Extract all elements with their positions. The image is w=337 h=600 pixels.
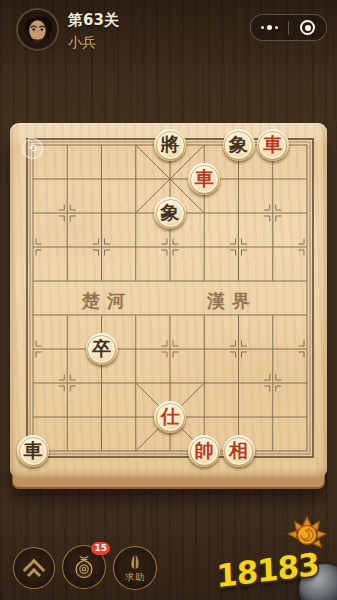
piece-red-車[interactable]: 車 (257, 129, 289, 161)
more-dots-icon (267, 25, 272, 30)
help-label: 求助 (125, 571, 145, 584)
praying-hands-icon (124, 553, 146, 573)
badge-count: 15 (91, 542, 110, 555)
more-button[interactable] (251, 15, 288, 40)
piece-black-將[interactable]: 將 (154, 129, 186, 161)
wechat-capsule (250, 14, 327, 41)
piece-red-相[interactable]: 相 (223, 435, 255, 467)
header-text: 第63关 小兵 (68, 11, 119, 52)
app-screen: 第63关 小兵 楚河 漢界 ⟲ 將象車車象卒仕車帥相 (0, 0, 337, 600)
avatar[interactable] (18, 10, 57, 49)
board-refresh-icon[interactable]: ⟲ (22, 138, 43, 159)
watermark: 18183 (207, 520, 337, 600)
piece-grid: 將象車車象卒仕車帥相 (16, 128, 324, 468)
piece-black-象[interactable]: 象 (223, 129, 255, 161)
player-name: 小兵 (68, 34, 119, 52)
avatar-portrait (18, 10, 57, 49)
exit-button[interactable] (289, 15, 326, 40)
collapse-button[interactable] (13, 547, 55, 589)
help-button[interactable]: 求助 (113, 546, 157, 590)
level-label: 第63关 (68, 11, 119, 30)
hint-bag-button[interactable]: 15 (62, 545, 106, 589)
piece-red-仕[interactable]: 仕 (154, 401, 186, 433)
exit-target-icon (300, 20, 315, 35)
more-dots-icon (261, 26, 264, 29)
piece-black-卒[interactable]: 卒 (86, 333, 118, 365)
more-dots-icon (275, 26, 278, 29)
piece-black-象[interactable]: 象 (154, 197, 186, 229)
xiangqi-board: 楚河 漢界 ⟲ 將象車車象卒仕車帥相 (10, 123, 327, 478)
money-bag-icon (69, 552, 99, 582)
header: 第63关 小兵 (0, 0, 337, 58)
piece-red-帥[interactable]: 帥 (188, 435, 220, 467)
piece-black-車[interactable]: 車 (17, 435, 49, 467)
piece-red-車[interactable]: 車 (188, 163, 220, 195)
